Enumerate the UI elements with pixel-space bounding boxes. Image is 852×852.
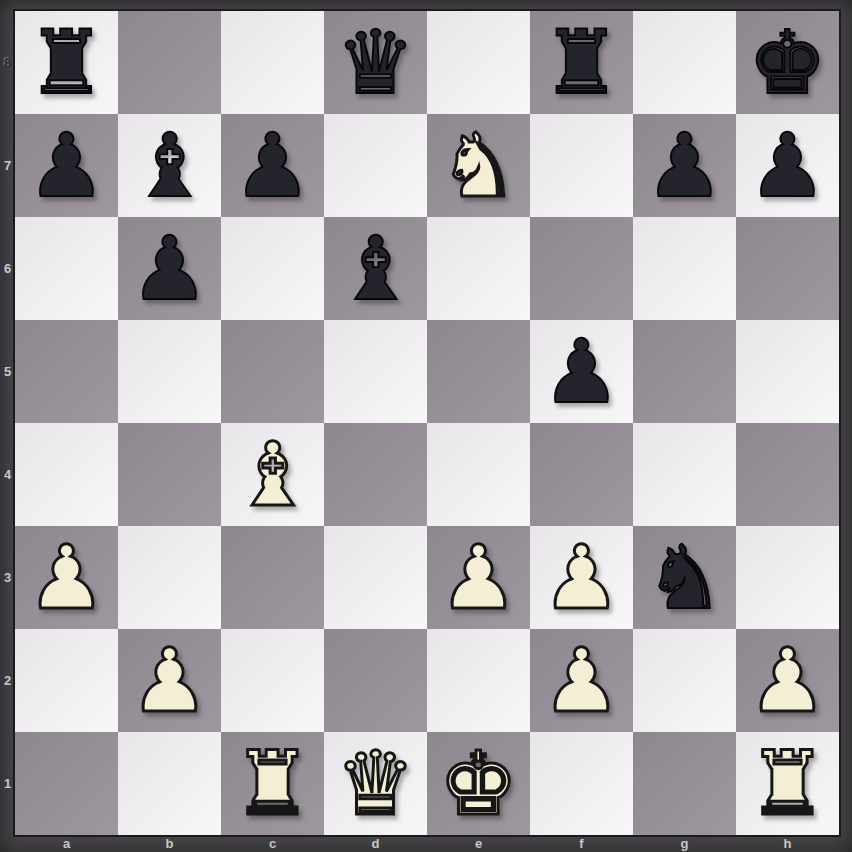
- square-h8[interactable]: ♚: [736, 11, 839, 114]
- piece-black-king-h8[interactable]: ♚: [748, 11, 827, 114]
- piece-black-knight-g3[interactable]: ♞: [645, 526, 724, 629]
- square-g4[interactable]: [633, 423, 736, 526]
- square-h5[interactable]: [736, 320, 839, 423]
- square-d5[interactable]: [324, 320, 427, 423]
- square-g3[interactable]: ♞: [633, 526, 736, 629]
- square-b8[interactable]: [118, 11, 221, 114]
- piece-white-queen-d1[interactable]: ♛: [336, 732, 415, 835]
- square-a5[interactable]: [15, 320, 118, 423]
- square-d6[interactable]: ♝: [324, 217, 427, 320]
- file-label-c: c: [221, 836, 324, 851]
- rank-label-1: 1: [0, 776, 15, 791]
- file-label-b: b: [118, 836, 221, 851]
- file-label-d: d: [324, 836, 427, 851]
- square-c5[interactable]: [221, 320, 324, 423]
- piece-black-pawn-b6[interactable]: ♟: [130, 217, 209, 320]
- rank-label-8: 8: [0, 55, 15, 70]
- square-b7[interactable]: ♝: [118, 114, 221, 217]
- square-b3[interactable]: [118, 526, 221, 629]
- square-a7[interactable]: ♟: [15, 114, 118, 217]
- piece-black-rook-a8[interactable]: ♜: [27, 11, 106, 114]
- square-f6[interactable]: [530, 217, 633, 320]
- piece-black-pawn-f5[interactable]: ♟: [542, 320, 621, 423]
- square-f2[interactable]: ♟: [530, 629, 633, 732]
- piece-white-bishop-c4[interactable]: ♝: [233, 423, 312, 526]
- square-c6[interactable]: [221, 217, 324, 320]
- square-f1[interactable]: [530, 732, 633, 835]
- piece-black-pawn-c7[interactable]: ♟: [233, 114, 312, 217]
- chess-board: ♜♛♜♚♟♝♟♞♟♟♟♝♟♝♟♟♟♞♟♟♟♜♛♚♜: [15, 11, 839, 835]
- square-e3[interactable]: ♟: [427, 526, 530, 629]
- file-label-a: a: [15, 836, 118, 851]
- square-e2[interactable]: [427, 629, 530, 732]
- square-a8[interactable]: ♜: [15, 11, 118, 114]
- square-e5[interactable]: [427, 320, 530, 423]
- square-e6[interactable]: [427, 217, 530, 320]
- board-frame: ♜♛♜♚♟♝♟♞♟♟♟♝♟♝♟♟♟♞♟♟♟♜♛♚♜ 87654321 abcde…: [0, 0, 852, 852]
- piece-white-rook-c1[interactable]: ♜: [233, 732, 312, 835]
- piece-white-king-e1[interactable]: ♚: [439, 732, 518, 835]
- square-f7[interactable]: [530, 114, 633, 217]
- square-a4[interactable]: [15, 423, 118, 526]
- piece-white-pawn-f2[interactable]: ♟: [542, 629, 621, 732]
- square-e4[interactable]: [427, 423, 530, 526]
- square-h1[interactable]: ♜: [736, 732, 839, 835]
- square-b5[interactable]: [118, 320, 221, 423]
- rank-label-7: 7: [0, 158, 15, 173]
- piece-white-pawn-h2[interactable]: ♟: [748, 629, 827, 732]
- square-h2[interactable]: ♟: [736, 629, 839, 732]
- piece-black-pawn-g7[interactable]: ♟: [645, 114, 724, 217]
- square-h7[interactable]: ♟: [736, 114, 839, 217]
- square-d2[interactable]: [324, 629, 427, 732]
- rank-label-6: 6: [0, 261, 15, 276]
- square-b2[interactable]: ♟: [118, 629, 221, 732]
- square-c2[interactable]: [221, 629, 324, 732]
- file-label-e: e: [427, 836, 530, 851]
- square-g1[interactable]: [633, 732, 736, 835]
- square-d1[interactable]: ♛: [324, 732, 427, 835]
- square-c7[interactable]: ♟: [221, 114, 324, 217]
- square-e7[interactable]: ♞: [427, 114, 530, 217]
- square-f8[interactable]: ♜: [530, 11, 633, 114]
- square-f3[interactable]: ♟: [530, 526, 633, 629]
- square-f5[interactable]: ♟: [530, 320, 633, 423]
- square-a6[interactable]: [15, 217, 118, 320]
- piece-white-rook-h1[interactable]: ♜: [748, 732, 827, 835]
- square-h6[interactable]: [736, 217, 839, 320]
- square-g7[interactable]: ♟: [633, 114, 736, 217]
- file-label-f: f: [530, 836, 633, 851]
- rank-label-5: 5: [0, 364, 15, 379]
- piece-white-pawn-e3[interactable]: ♟: [439, 526, 518, 629]
- rank-label-4: 4: [0, 467, 15, 482]
- square-b4[interactable]: [118, 423, 221, 526]
- file-label-g: g: [633, 836, 736, 851]
- piece-black-bishop-b7[interactable]: ♝: [130, 114, 209, 217]
- square-e1[interactable]: ♚: [427, 732, 530, 835]
- square-a2[interactable]: [15, 629, 118, 732]
- piece-black-bishop-d6[interactable]: ♝: [336, 217, 415, 320]
- square-d8[interactable]: ♛: [324, 11, 427, 114]
- square-g5[interactable]: [633, 320, 736, 423]
- piece-white-pawn-b2[interactable]: ♟: [130, 629, 209, 732]
- square-e8[interactable]: [427, 11, 530, 114]
- piece-black-queen-d8[interactable]: ♛: [336, 11, 415, 114]
- piece-black-pawn-a7[interactable]: ♟: [27, 114, 106, 217]
- rank-label-2: 2: [0, 673, 15, 688]
- square-d4[interactable]: [324, 423, 427, 526]
- square-c3[interactable]: [221, 526, 324, 629]
- file-label-h: h: [736, 836, 839, 851]
- square-c1[interactable]: ♜: [221, 732, 324, 835]
- square-g2[interactable]: [633, 629, 736, 732]
- square-c8[interactable]: [221, 11, 324, 114]
- square-c4[interactable]: ♝: [221, 423, 324, 526]
- square-f4[interactable]: [530, 423, 633, 526]
- square-h3[interactable]: [736, 526, 839, 629]
- square-b6[interactable]: ♟: [118, 217, 221, 320]
- piece-white-knight-e7[interactable]: ♞: [439, 114, 518, 217]
- square-h4[interactable]: [736, 423, 839, 526]
- square-g8[interactable]: [633, 11, 736, 114]
- square-b1[interactable]: [118, 732, 221, 835]
- square-a1[interactable]: [15, 732, 118, 835]
- piece-white-pawn-a3[interactable]: ♟: [27, 526, 106, 629]
- piece-black-pawn-h7[interactable]: ♟: [748, 114, 827, 217]
- square-d3[interactable]: [324, 526, 427, 629]
- square-a3[interactable]: ♟: [15, 526, 118, 629]
- square-d7[interactable]: [324, 114, 427, 217]
- piece-white-pawn-f3[interactable]: ♟: [542, 526, 621, 629]
- square-g6[interactable]: [633, 217, 736, 320]
- piece-black-rook-f8[interactable]: ♜: [542, 11, 621, 114]
- rank-label-3: 3: [0, 570, 15, 585]
